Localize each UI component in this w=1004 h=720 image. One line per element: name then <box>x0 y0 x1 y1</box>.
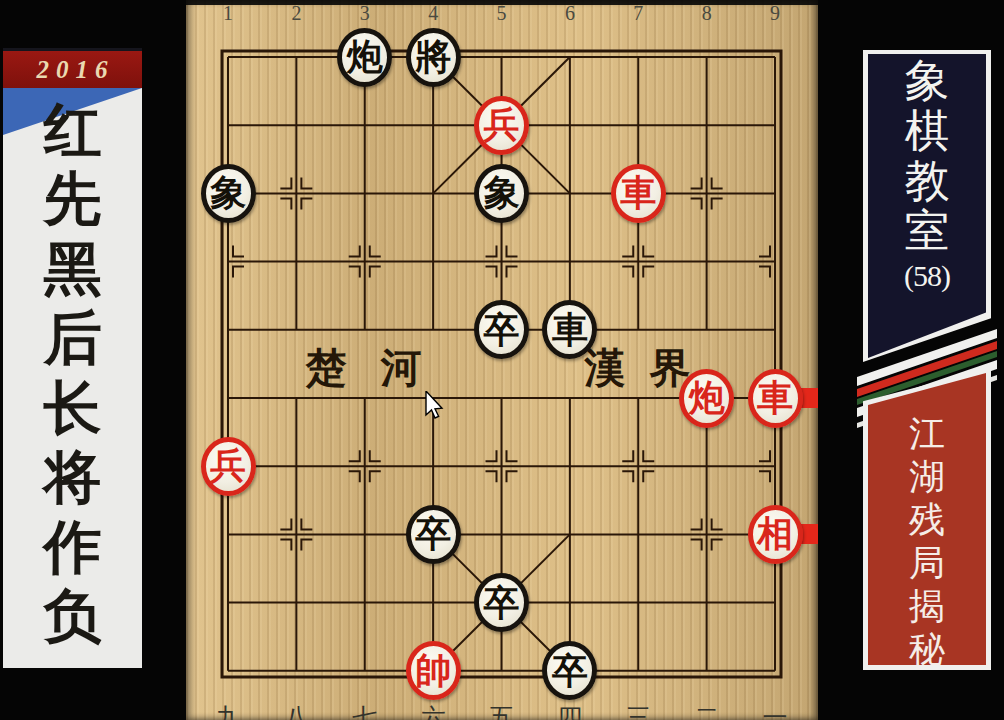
piece-glyph: 車 <box>552 312 588 348</box>
piece-black-soldier[interactable]: 卒 <box>406 505 461 564</box>
file-label-bottom-7: 三 <box>623 701 653 720</box>
slogan-char: 红 <box>44 102 102 160</box>
piece-glyph: 車 <box>620 175 656 211</box>
series-box: 江湖残局揭秘 <box>868 373 986 665</box>
file-label-bottom-2: 八 <box>281 701 311 720</box>
piece-glyph: 卒 <box>415 516 451 552</box>
series-title-char: 揭 <box>909 585 945 628</box>
video-frame: 2016 红先黑后长将作负 123456789九八七六五四三二一楚河漢界 炮將兵… <box>0 0 1004 720</box>
lesson-title-char: 棋 <box>905 106 950 156</box>
series-title-char: 江 <box>909 413 945 456</box>
series-title-char: 湖 <box>909 456 945 499</box>
file-label-top-1: 1 <box>214 2 242 25</box>
series-title-char: 残 <box>909 499 945 542</box>
series-title-char: 局 <box>909 542 945 585</box>
left-banner: 2016 红先黑后长将作负 <box>3 48 142 668</box>
piece-red-chariot[interactable]: 車 <box>748 369 803 428</box>
file-label-top-7: 7 <box>624 2 652 25</box>
slogan-char: 将 <box>44 449 102 507</box>
piece-glyph: 將 <box>415 39 451 75</box>
lesson-title-char: 象 <box>905 56 950 106</box>
piece-glyph: 象 <box>484 175 520 211</box>
piece-glyph: 炮 <box>347 39 383 75</box>
file-label-top-9: 9 <box>761 2 789 25</box>
lesson-title-char: 室 <box>905 206 950 256</box>
file-label-top-2: 2 <box>282 2 310 25</box>
slogan-char: 负 <box>44 588 102 646</box>
piece-glyph: 車 <box>757 380 793 416</box>
file-label-bottom-4: 六 <box>418 701 448 720</box>
piece-glyph: 卒 <box>552 653 588 689</box>
file-label-bottom-5: 五 <box>487 701 517 720</box>
year-text: 2016 <box>31 56 115 84</box>
river-label: 河 <box>378 341 424 396</box>
file-label-bottom-9: 一 <box>760 701 790 720</box>
file-label-bottom-6: 四 <box>555 701 585 720</box>
slogan-char: 作 <box>44 519 102 577</box>
slogan-char: 长 <box>44 380 102 438</box>
file-label-top-6: 6 <box>556 2 584 25</box>
piece-black-general[interactable]: 將 <box>406 28 461 87</box>
banner-body: 红先黑后长将作负 <box>3 88 142 668</box>
file-label-bottom-1: 九 <box>213 701 243 720</box>
piece-black-elephant[interactable]: 象 <box>474 164 529 223</box>
piece-glyph: 兵 <box>210 448 246 484</box>
piece-glyph: 兵 <box>484 107 520 143</box>
piece-red-cannon[interactable]: 炮 <box>679 369 734 428</box>
piece-black-soldier[interactable]: 卒 <box>474 300 529 359</box>
slogan-char: 黑 <box>44 241 102 299</box>
piece-black-elephant[interactable]: 象 <box>201 164 256 223</box>
file-label-bottom-8: 二 <box>692 701 722 720</box>
file-label-top-8: 8 <box>693 2 721 25</box>
right-sidebar: 象棋教室(58) 江湖残局揭秘 <box>863 0 991 720</box>
piece-red-soldier[interactable]: 兵 <box>474 96 529 155</box>
piece-glyph: 象 <box>210 175 246 211</box>
piece-glyph: 相 <box>757 516 793 552</box>
file-label-top-3: 3 <box>351 2 379 25</box>
slogan-char: 后 <box>44 310 102 368</box>
slogan-char: 先 <box>44 171 102 229</box>
mouse-cursor-icon <box>425 391 445 421</box>
year-badge: 2016 <box>3 48 142 88</box>
piece-glyph: 卒 <box>484 585 520 621</box>
series-title-char: 秘 <box>909 628 945 671</box>
file-label-bottom-3: 七 <box>350 701 380 720</box>
series-box-frame: 江湖残局揭秘 <box>863 368 991 670</box>
piece-glyph: 卒 <box>484 312 520 348</box>
piece-black-soldier[interactable]: 卒 <box>474 573 529 632</box>
river-label: 楚 <box>303 341 349 396</box>
board-area[interactable]: 123456789九八七六五四三二一楚河漢界 炮將兵象象車卒車炮車兵卒相卒帥卒 <box>186 0 818 720</box>
piece-red-elephant[interactable]: 相 <box>748 505 803 564</box>
file-label-top-4: 4 <box>419 2 447 25</box>
file-label-top-5: 5 <box>488 2 516 25</box>
piece-black-cannon[interactable]: 炮 <box>337 28 392 87</box>
piece-glyph: 炮 <box>689 380 725 416</box>
lesson-title-char: 教 <box>905 156 950 206</box>
piece-red-soldier[interactable]: 兵 <box>201 437 256 496</box>
piece-red-chariot[interactable]: 車 <box>611 164 666 223</box>
piece-glyph: 帥 <box>415 653 451 689</box>
episode-number: (58) <box>904 256 950 296</box>
piece-red-general[interactable]: 帥 <box>406 641 461 700</box>
banner-slogan: 红先黑后长将作负 <box>3 96 142 652</box>
